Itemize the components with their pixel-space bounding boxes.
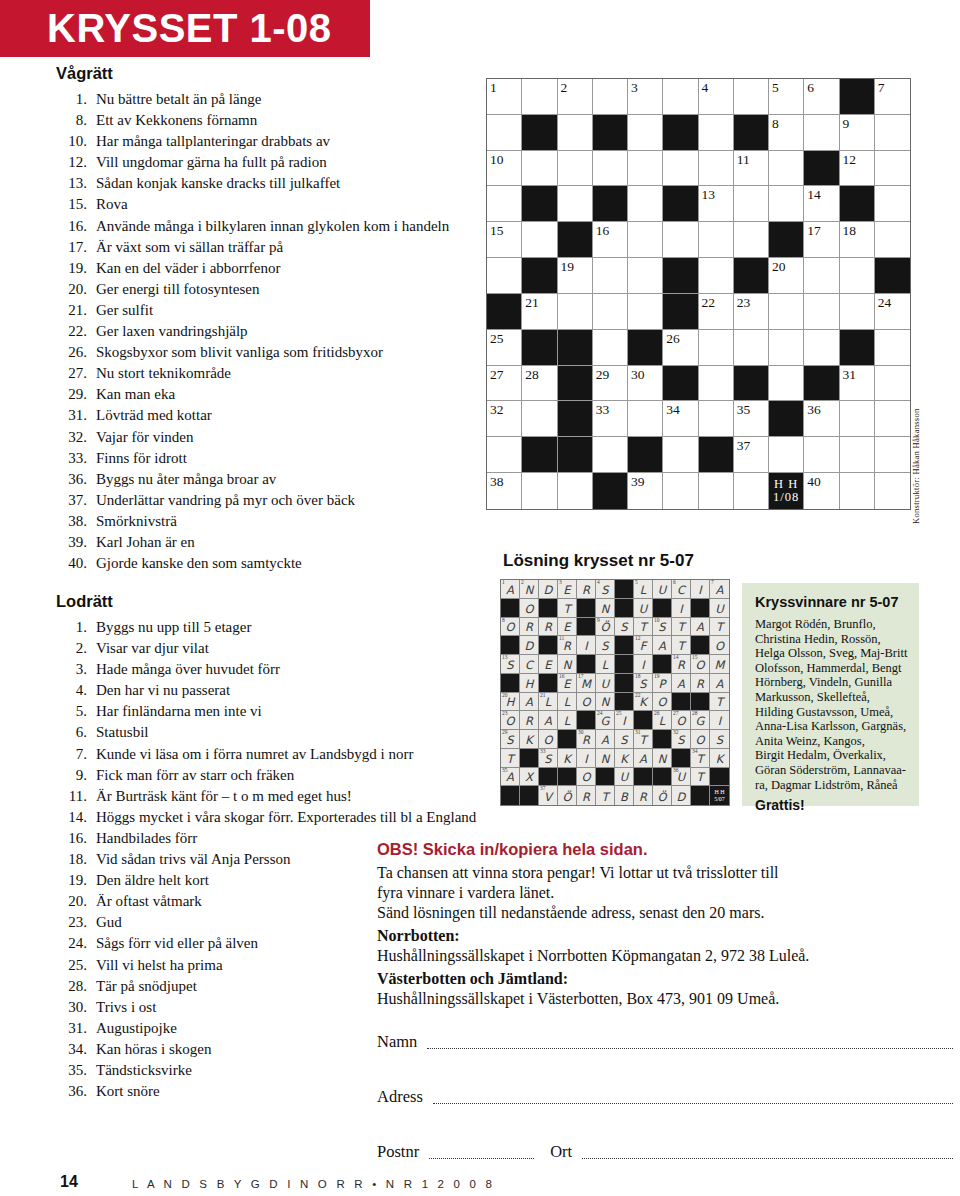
grid-cell[interactable] — [875, 366, 910, 402]
grid-cell[interactable] — [769, 437, 804, 473]
solution-letter: A — [501, 580, 519, 598]
black-cell — [691, 599, 710, 618]
magazine-footer: L A N D S B Y G D I N O R R • N R 1 2 0 … — [132, 1178, 495, 1190]
grid-cell[interactable] — [769, 151, 804, 187]
address-input-line[interactable] — [433, 1089, 953, 1104]
solution-letter: L — [653, 711, 671, 729]
grid-cell[interactable]: 18 — [840, 222, 875, 258]
black-cell — [593, 186, 628, 222]
grid-cell[interactable] — [769, 294, 804, 330]
grid-cell[interactable] — [840, 294, 875, 330]
grid-cell[interactable] — [804, 330, 839, 366]
solution-letter: O — [539, 730, 557, 748]
clue-text: Vill vi helst ha prima — [87, 955, 223, 976]
solution-letter: L — [634, 580, 652, 598]
solution-cell: R — [577, 580, 596, 599]
winners-closing: Grattis! — [755, 797, 915, 813]
clue-item: 19.Kan en del väder i abborrfenor — [56, 258, 486, 279]
solution-letter: A — [539, 711, 557, 729]
clue-number: 20. — [56, 891, 87, 912]
black-cell — [558, 330, 593, 366]
black-cell — [653, 768, 672, 787]
city-input-line[interactable] — [582, 1144, 953, 1159]
solution-cell: A — [539, 711, 558, 730]
solution-letter: G — [691, 711, 709, 729]
black-cell — [522, 258, 557, 294]
grid-cell[interactable] — [628, 151, 663, 187]
grid-cell[interactable] — [875, 115, 910, 151]
solution-letter: A — [520, 693, 538, 711]
grid-cell[interactable]: 16 — [593, 222, 628, 258]
solution-letter: T — [672, 618, 690, 636]
solution-cell: A — [634, 749, 653, 768]
solution-cell: T — [596, 786, 615, 805]
grid-cell[interactable] — [734, 79, 769, 115]
grid-cell[interactable] — [487, 258, 522, 294]
grid-cell[interactable] — [769, 366, 804, 402]
solution-cell: 13S — [501, 655, 520, 674]
grid-cell[interactable] — [663, 473, 698, 509]
cell-number: 22 — [702, 295, 716, 311]
clue-text: Kunde vi läsa om i förra numret av Lands… — [87, 744, 413, 765]
solution-cell: T — [672, 636, 691, 655]
grid-cell[interactable] — [875, 151, 910, 187]
cell-number: 15 — [490, 223, 504, 239]
clue-text: Är oftast våtmark — [87, 891, 202, 912]
cell-number: 30 — [631, 367, 645, 383]
black-cell — [522, 186, 557, 222]
solution-letter: I — [634, 655, 652, 673]
grid-cell[interactable] — [593, 79, 628, 115]
solution-letter: O — [691, 655, 709, 673]
clue-text: Visar var djur vilat — [87, 638, 209, 659]
region-address-vasterbotten: Hushållningssällskapet i Västerbotten, B… — [377, 989, 955, 1009]
solution-cell: E — [558, 618, 577, 637]
solution-letter: E — [558, 580, 576, 598]
solution-cell: N — [596, 749, 615, 768]
krysset-grid[interactable]: 1234567891011121314151617181920212223242… — [486, 78, 911, 510]
clue-number: 24. — [56, 933, 87, 954]
grid-cell[interactable]: 38 — [487, 473, 522, 509]
grid-cell[interactable]: 15 — [487, 222, 522, 258]
grid-cell[interactable]: 6 — [804, 79, 839, 115]
solution-cell: 16E — [558, 674, 577, 693]
address-label: Adress — [377, 1087, 423, 1107]
solution-letter: D — [539, 580, 557, 598]
winners-box: Kryssvinnare nr 5-07 Margot Rödén, Brunf… — [742, 583, 919, 806]
solution-cell: 21L — [539, 693, 558, 712]
cell-number: 2 — [561, 80, 568, 96]
grid-cell[interactable] — [875, 330, 910, 366]
solution-letter: O — [577, 768, 595, 786]
clue-text: Den har vi nu passerat — [87, 680, 230, 701]
solution-letter: K — [558, 749, 576, 767]
submission-line: fyra vinnare i vardera länet. — [377, 883, 955, 903]
clue-text: Tändsticksvirke — [87, 1060, 192, 1081]
grid-cell[interactable] — [558, 294, 593, 330]
solution-letter: Ö — [558, 786, 576, 805]
solution-cell: R — [520, 618, 539, 637]
cell-number: 40 — [807, 474, 821, 490]
winner-line: Birgit Hedalm, Överkalix, — [755, 748, 915, 763]
grid-cell[interactable] — [487, 115, 522, 151]
grid-cell[interactable]: 11 — [734, 151, 769, 187]
grid-cell[interactable] — [699, 366, 734, 402]
black-cell — [734, 366, 769, 402]
grid-cell[interactable]: 2 — [558, 79, 593, 115]
solution-cell: 23O — [501, 711, 520, 730]
solution-cell: 33S — [539, 749, 558, 768]
cell-number: 5 — [772, 80, 779, 96]
grid-cell[interactable] — [522, 79, 557, 115]
solution-letter: U — [710, 599, 729, 617]
grid-cell[interactable] — [558, 151, 593, 187]
grid-cell[interactable] — [699, 258, 734, 294]
page-banner: KRYSSET 1-08 — [0, 0, 370, 57]
name-label: Namn — [377, 1032, 417, 1052]
grid-cell[interactable] — [699, 330, 734, 366]
solution-letter: D — [520, 636, 538, 654]
clue-item: 35.Tändsticksvirke — [56, 1060, 480, 1081]
solution-cell: 2N — [520, 580, 539, 599]
clue-number: 23. — [56, 912, 87, 933]
solution-letter: I — [672, 599, 690, 617]
grid-cell[interactable]: 5 — [769, 79, 804, 115]
cell-number: 18 — [843, 223, 857, 239]
grid-cell[interactable]: 39 — [628, 473, 663, 509]
solution-cell: R — [539, 618, 558, 637]
grid-cell[interactable] — [875, 186, 910, 222]
solution-letter: T — [691, 749, 709, 767]
clue-item: 32.Vajar för vinden — [56, 427, 486, 448]
grid-cell[interactable]: 34 — [663, 401, 698, 437]
grid-cell[interactable] — [593, 294, 628, 330]
grid-cell[interactable]: 40 — [804, 473, 839, 509]
black-cell — [840, 330, 875, 366]
grid-cell[interactable] — [804, 437, 839, 473]
grid-cell[interactable] — [699, 151, 734, 187]
grid-cell[interactable]: 30 — [628, 366, 663, 402]
solution-cell: 11R — [558, 636, 577, 655]
grid-cell[interactable] — [522, 473, 557, 509]
solution-letter: S — [615, 730, 633, 748]
clue-text: Trivs i ost — [87, 997, 156, 1018]
clue-text: Lövträd med kottar — [87, 405, 212, 426]
grid-cell[interactable]: 12 — [840, 151, 875, 187]
submission-line: Ta chansen att vinna stora pengar! Vi lo… — [377, 863, 955, 883]
grid-cell[interactable] — [663, 79, 698, 115]
black-cell — [734, 258, 769, 294]
grid-cell[interactable]: 7 — [875, 79, 910, 115]
solution-letter: L — [558, 693, 576, 711]
grid-cell[interactable] — [628, 222, 663, 258]
grid-cell[interactable] — [699, 115, 734, 151]
black-cell — [663, 294, 698, 330]
grid-cell[interactable] — [875, 222, 910, 258]
grid-cell[interactable] — [593, 437, 628, 473]
name-input-line[interactable] — [427, 1034, 953, 1049]
solution-cell: A — [691, 618, 710, 637]
maker-logo-cell: H H5/07 — [710, 786, 729, 805]
solution-letter: A — [653, 636, 671, 654]
grid-cell[interactable] — [840, 258, 875, 294]
clue-text: Byggs nu upp till 5 etager — [87, 617, 251, 638]
grid-cell[interactable]: 8 — [769, 115, 804, 151]
grid-cell[interactable] — [487, 186, 522, 222]
solution-cell: A — [653, 636, 672, 655]
grid-cell[interactable] — [628, 294, 663, 330]
across-heading: Vågrätt — [56, 64, 486, 83]
grid-cell[interactable] — [663, 222, 698, 258]
obs-notice: OBS! Skicka in/kopiera hela sidan. — [377, 839, 955, 859]
grid-cell[interactable] — [487, 437, 522, 473]
grid-cell[interactable]: 37 — [734, 437, 769, 473]
grid-cell[interactable]: 19 — [558, 258, 593, 294]
solution-letter: N — [520, 580, 538, 598]
grid-cell[interactable]: 29 — [593, 366, 628, 402]
solution-cell: I — [577, 749, 596, 768]
grid-cell[interactable] — [628, 115, 663, 151]
solution-cell: 5L — [634, 580, 653, 599]
grid-cell[interactable]: 1 — [487, 79, 522, 115]
cell-number: 32 — [490, 402, 504, 418]
winner-line: Anna-Lisa Karlsson, Gargnäs, — [755, 719, 915, 734]
solution-letter: R — [577, 730, 595, 748]
clue-text: Underlättar vandring på myr och över bäc… — [87, 490, 355, 511]
clue-text: Rova — [87, 194, 128, 215]
clue-text: Augustipojke — [87, 1018, 177, 1039]
cell-number: 16 — [596, 223, 610, 239]
grid-cell[interactable] — [593, 258, 628, 294]
solution-letter: A — [672, 674, 690, 692]
clue-text: Fick man förr av starr och fräken — [87, 765, 294, 786]
city-label: Ort — [550, 1142, 572, 1162]
grid-cell[interactable]: 35 — [734, 401, 769, 437]
grid-cell[interactable] — [804, 115, 839, 151]
solution-letter: T — [634, 618, 652, 636]
solution-cell: 8O — [501, 618, 520, 637]
grid-cell[interactable]: 28 — [522, 366, 557, 402]
grid-cell[interactable]: 26 — [663, 330, 698, 366]
grid-cell[interactable] — [663, 437, 698, 473]
grid-cell[interactable]: 3 — [628, 79, 663, 115]
black-cell — [804, 366, 839, 402]
postal-field-row: Postnr Ort — [377, 1142, 953, 1162]
grid-cell[interactable] — [875, 401, 910, 437]
solution-letter: L — [539, 693, 557, 711]
clue-text: Nu bättre betalt än på länge — [87, 89, 261, 110]
clue-number: 31. — [56, 405, 87, 426]
name-field-row: Namn — [377, 1032, 953, 1052]
solution-letter: K — [710, 749, 729, 767]
solution-cell: L — [596, 655, 615, 674]
solution-letter: M — [577, 674, 595, 692]
grid-cell[interactable] — [628, 258, 663, 294]
grid-cell[interactable] — [875, 473, 910, 509]
clue-item: 16.Använde många i bilkylaren innan glyk… — [56, 216, 486, 237]
grid-cell[interactable] — [522, 151, 557, 187]
grid-cell[interactable] — [734, 473, 769, 509]
cell-number: 27 — [490, 367, 504, 383]
grid-cell[interactable] — [522, 401, 557, 437]
grid-cell[interactable]: 13 — [699, 186, 734, 222]
grid-cell[interactable] — [804, 294, 839, 330]
solution-letter: X — [520, 768, 538, 786]
grid-cell[interactable]: 33 — [593, 401, 628, 437]
solution-cell: D — [539, 580, 558, 599]
winners-list: Margot Rödén, Brunflo,Christina Hedin, R… — [755, 617, 915, 792]
clue-number: 8. — [56, 110, 87, 131]
grid-cell[interactable]: 36 — [804, 401, 839, 437]
grid-cell[interactable] — [804, 258, 839, 294]
clue-item: 4.Den har vi nu passerat — [56, 680, 480, 701]
grid-cell[interactable] — [734, 186, 769, 222]
grid-cell[interactable]: 23 — [734, 294, 769, 330]
winner-line: Markusson, Skellefteå, — [755, 690, 915, 705]
solution-cell: N — [558, 655, 577, 674]
grid-cell[interactable]: 10 — [487, 151, 522, 187]
cell-number: 23 — [737, 295, 751, 311]
grid-cell[interactable] — [628, 186, 663, 222]
clue-number: 2. — [56, 638, 87, 659]
clue-number: 16. — [56, 216, 87, 237]
solution-letter: T — [691, 768, 709, 786]
clue-item: 14.Höggs mycket i våra skogar förr. Expo… — [56, 807, 480, 828]
grid-cell[interactable]: 17 — [804, 222, 839, 258]
clue-item: 20.Ger energi till fotosyntesen — [56, 279, 486, 300]
grid-cell[interactable] — [875, 437, 910, 473]
grid-cell[interactable] — [593, 151, 628, 187]
solution-letter: T — [501, 749, 519, 767]
black-cell — [558, 401, 593, 437]
grid-cell[interactable] — [522, 222, 557, 258]
grid-cell[interactable]: 32 — [487, 401, 522, 437]
solution-cell: 28G — [691, 711, 710, 730]
solution-cell: 31T — [634, 730, 653, 749]
black-cell — [875, 258, 910, 294]
solution-cell: 25I — [615, 711, 634, 730]
grid-cell[interactable]: 25 — [487, 330, 522, 366]
solution-cell: 6C — [672, 580, 691, 599]
grid-cell[interactable] — [699, 222, 734, 258]
grid-cell[interactable]: 27 — [487, 366, 522, 402]
solution-letter: T — [710, 693, 729, 711]
grid-cell[interactable] — [628, 401, 663, 437]
grid-cell[interactable] — [593, 330, 628, 366]
grid-cell[interactable] — [734, 330, 769, 366]
solution-letter: I — [615, 711, 633, 729]
black-cell — [734, 115, 769, 151]
maker-logo-cell: H H1/08 — [769, 473, 804, 509]
solution-letter: B — [615, 786, 633, 805]
solution-letter: O — [501, 711, 519, 729]
grid-cell[interactable]: 14 — [804, 186, 839, 222]
clue-item: 17.Är växt som vi sällan träffar på — [56, 237, 486, 258]
solution-letter: U — [596, 674, 614, 692]
clue-number: 16. — [56, 828, 87, 849]
down-heading: Lodrätt — [56, 592, 480, 611]
solution-letter: S — [501, 730, 519, 748]
grid-cell[interactable]: 22 — [699, 294, 734, 330]
solution-letter: A — [710, 580, 729, 598]
solution-letter: N — [558, 655, 576, 673]
clue-text: Har finländarna men inte vi — [87, 701, 262, 722]
grid-cell[interactable]: 4 — [699, 79, 734, 115]
grid-cell[interactable]: 21 — [522, 294, 557, 330]
grid-cell[interactable]: 24 — [875, 294, 910, 330]
clue-item: 37.Underlättar vandring på myr och över … — [56, 490, 486, 511]
grid-cell[interactable] — [840, 401, 875, 437]
clue-text: Sådan konjak kanske dracks till julkaffe… — [87, 173, 340, 194]
grid-cell[interactable]: 9 — [840, 115, 875, 151]
winner-line: Hilding Gustavsson, Umeå, — [755, 705, 915, 720]
black-cell — [558, 768, 577, 787]
grid-cell[interactable] — [558, 115, 593, 151]
solution-cell: O — [520, 599, 539, 618]
clue-text: Statusbil — [87, 722, 149, 743]
solution-cell: C — [520, 655, 539, 674]
grid-cell[interactable]: 31 — [840, 366, 875, 402]
grid-cell[interactable] — [769, 186, 804, 222]
cell-number: 26 — [666, 331, 680, 347]
grid-cell[interactable] — [699, 473, 734, 509]
solution-letter: S — [501, 655, 519, 673]
grid-cell[interactable] — [663, 151, 698, 187]
black-cell — [615, 693, 634, 712]
clue-text: Ger laxen vandringshjälp — [87, 321, 248, 342]
clue-item: 9.Fick man förr av starr och fräken — [56, 765, 480, 786]
clue-number: 25. — [56, 955, 87, 976]
clue-number: 19. — [56, 870, 87, 891]
solution-letter: U — [615, 768, 633, 786]
grid-cell[interactable] — [840, 437, 875, 473]
clue-number: 20. — [56, 279, 87, 300]
solution-letter: U — [634, 599, 652, 617]
grid-cell[interactable] — [734, 222, 769, 258]
solution-letter: I — [691, 580, 709, 598]
across-clues-section: Vågrätt 1.Nu bättre betalt än på länge8.… — [56, 64, 486, 574]
solution-cell: U — [634, 599, 653, 618]
postal-input-line[interactable] — [429, 1144, 534, 1159]
clue-number: 39. — [56, 532, 87, 553]
black-cell — [691, 636, 710, 655]
solution-letter: N — [653, 749, 671, 767]
clue-text: Karl Johan är en — [87, 532, 195, 553]
grid-cell[interactable] — [769, 330, 804, 366]
grid-cell[interactable] — [840, 473, 875, 509]
black-cell — [522, 115, 557, 151]
region-label-norrbotten: Norrbotten: — [377, 926, 955, 946]
cell-number: 33 — [596, 402, 610, 418]
black-cell — [577, 655, 596, 674]
clue-text: Använde många i bilkylaren innan glykole… — [87, 216, 449, 237]
grid-cell[interactable]: 20 — [769, 258, 804, 294]
cell-number: 24 — [878, 295, 892, 311]
solution-cell: O — [710, 636, 729, 655]
solution-cell: K — [558, 749, 577, 768]
grid-cell[interactable] — [558, 473, 593, 509]
solution-cell: L — [558, 693, 577, 712]
clue-text: Ger sulfit — [87, 300, 153, 321]
clue-text: Gjorde kanske den som samtyckte — [87, 553, 302, 574]
solution-letter: H — [501, 693, 519, 711]
grid-cell[interactable] — [699, 401, 734, 437]
solution-cell: S — [710, 730, 729, 749]
solution-cell: A — [596, 730, 615, 749]
clue-text: Handbilades förr — [87, 828, 197, 849]
solution-letter: R — [558, 636, 576, 654]
grid-cell[interactable] — [558, 186, 593, 222]
